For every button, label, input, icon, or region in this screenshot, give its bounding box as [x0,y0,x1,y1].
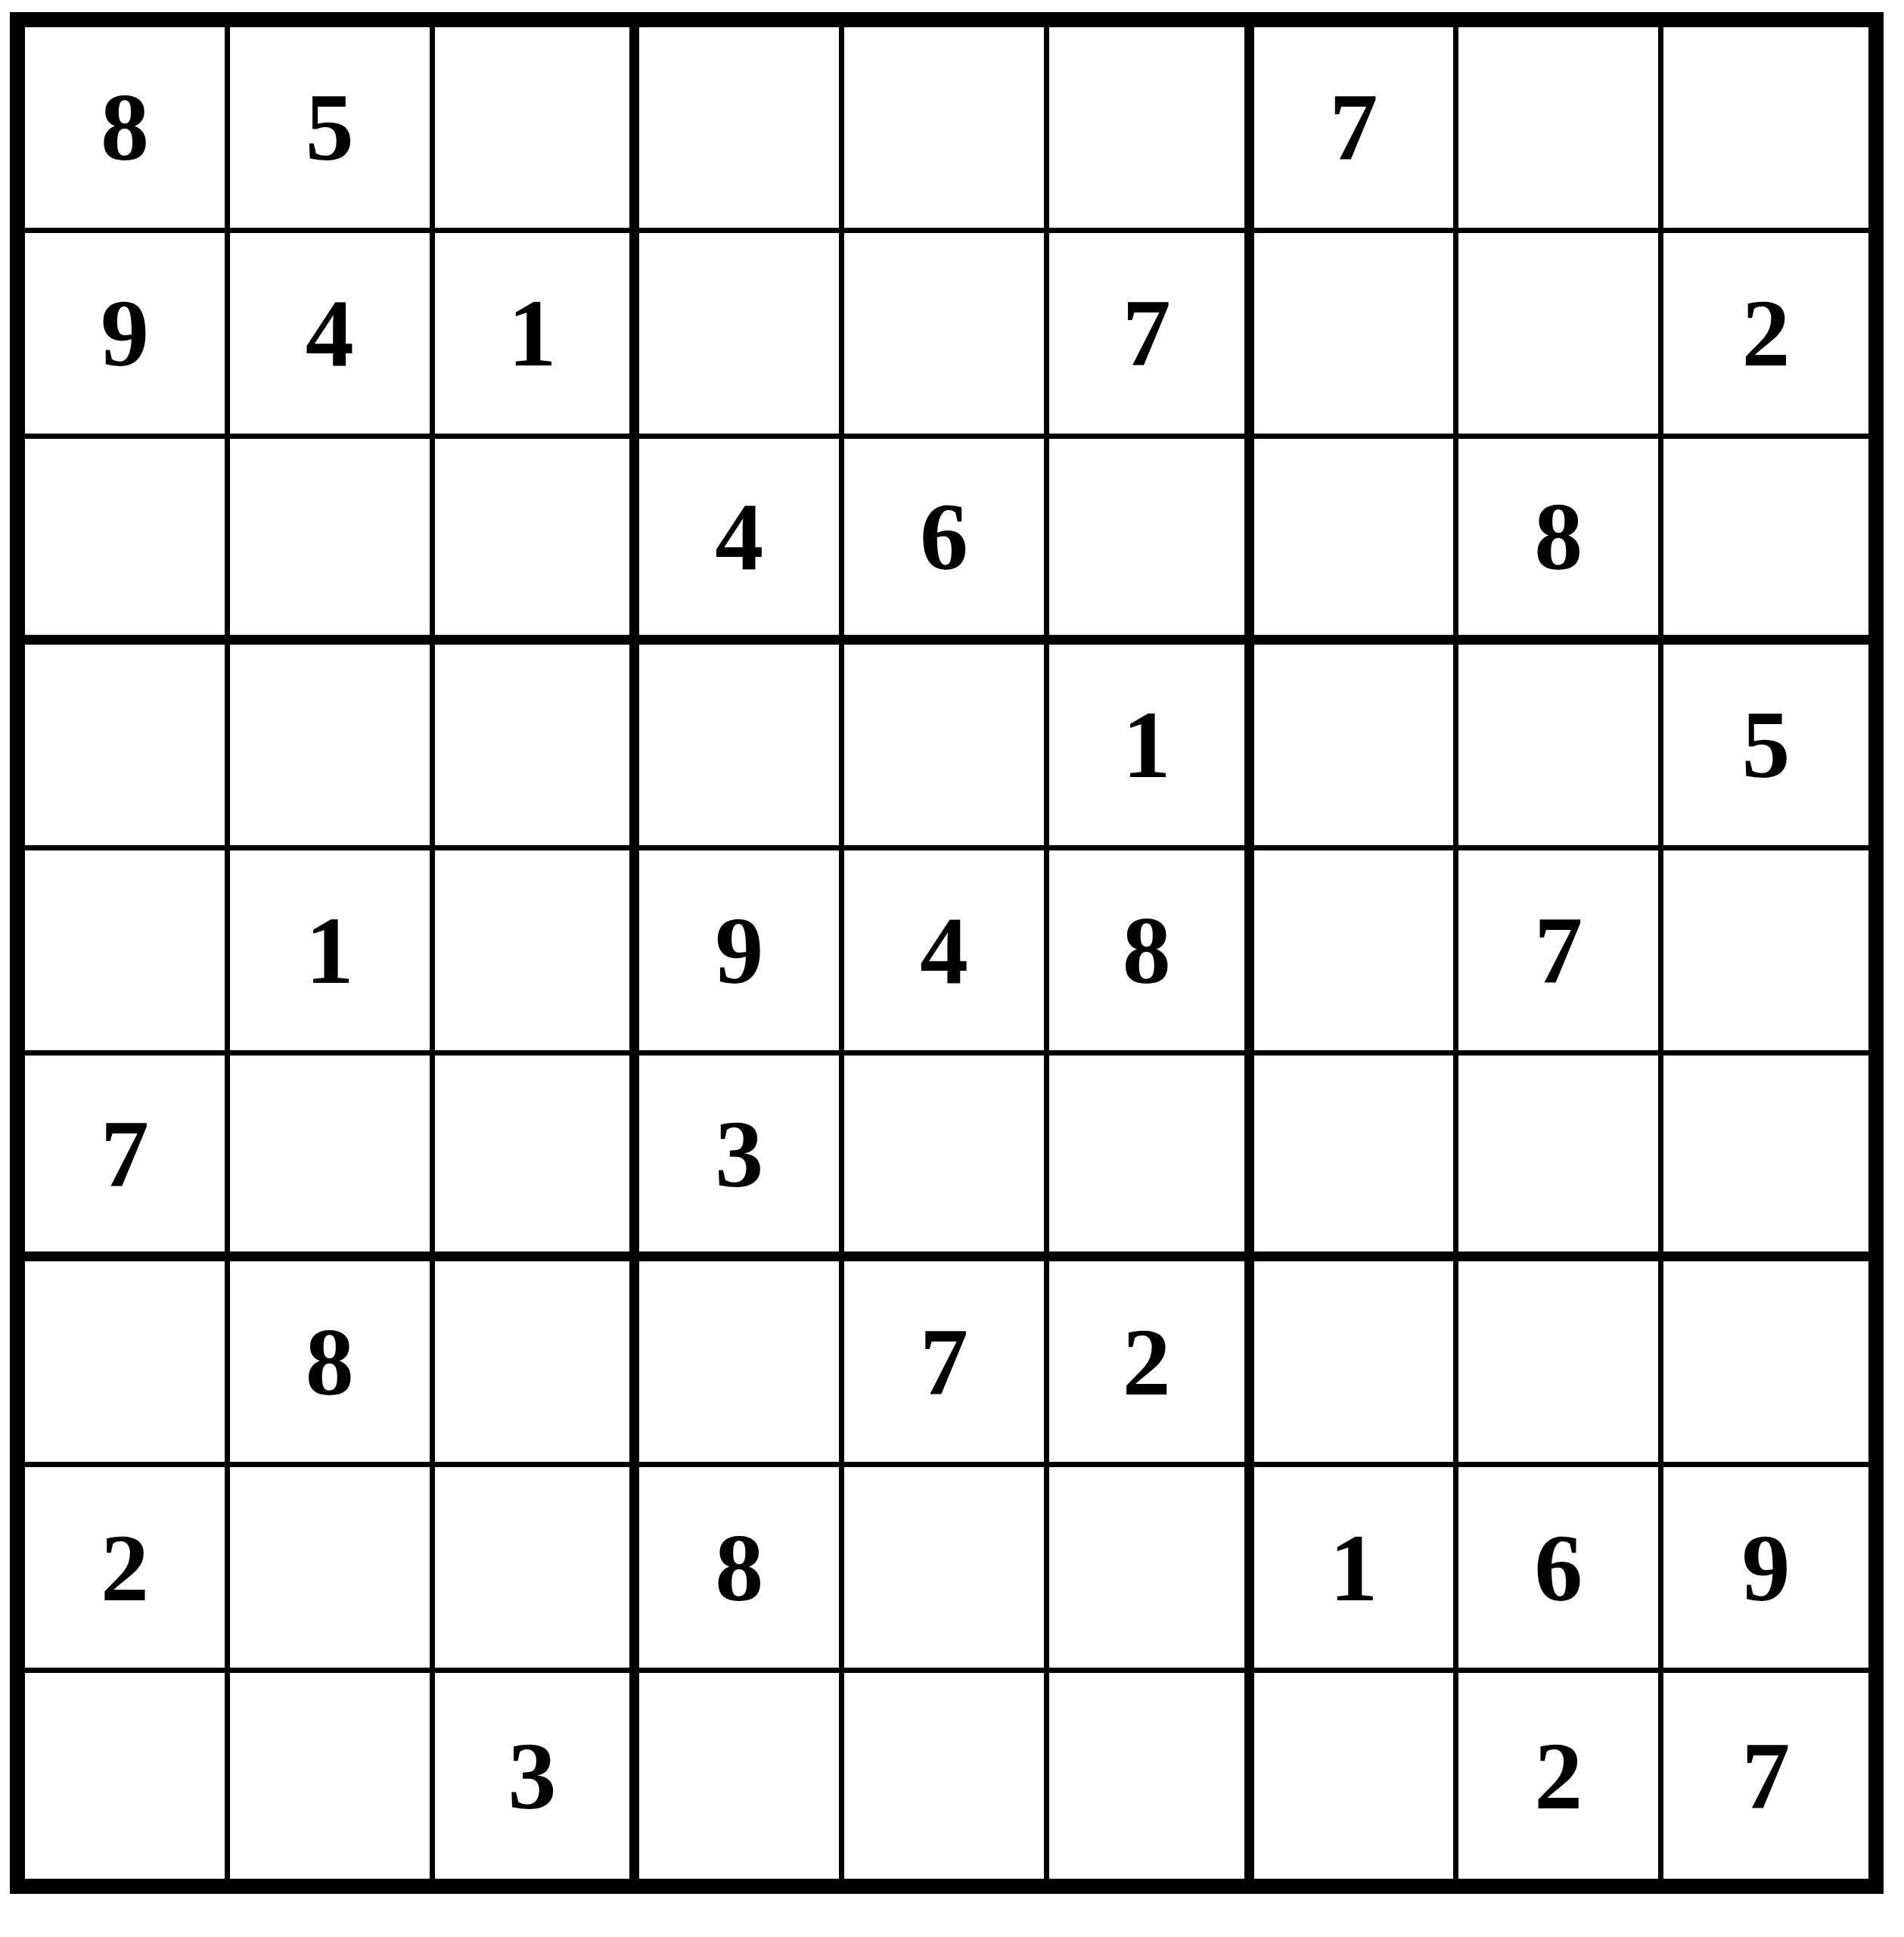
cell-r2c2-given: 4 [230,233,435,439]
cell-r4c3-empty[interactable] [435,645,640,850]
cell-r3c2-empty[interactable] [230,439,435,645]
cell-r9c6-empty[interactable] [1049,1673,1254,1879]
cell-r1c8-empty[interactable] [1458,27,1663,233]
cell-r1c3-empty[interactable] [435,27,640,233]
cell-r9c3-given: 3 [435,1673,640,1879]
cell-r7c3-empty[interactable] [435,1261,640,1467]
cell-r4c5-empty[interactable] [844,645,1049,850]
cell-r2c4-empty[interactable] [639,233,844,439]
cell-r7c7-empty[interactable] [1254,1261,1459,1467]
cell-r1c1-given: 8 [25,27,230,233]
cell-r6c6-empty[interactable] [1049,1056,1254,1261]
cell-r9c8-given: 2 [1458,1673,1663,1879]
cell-r1c6-empty[interactable] [1049,27,1254,233]
cell-r8c2-empty[interactable] [230,1467,435,1673]
cell-r3c8-given: 8 [1458,439,1663,645]
cell-r9c1-empty[interactable] [25,1673,230,1879]
cell-r7c9-empty[interactable] [1663,1261,1868,1467]
cell-r6c3-empty[interactable] [435,1056,640,1261]
cell-r7c4-empty[interactable] [639,1261,844,1467]
cell-r1c4-empty[interactable] [639,27,844,233]
cell-r2c3-given: 1 [435,233,640,439]
cell-r4c2-empty[interactable] [230,645,435,850]
cell-r5c3-empty[interactable] [435,850,640,1056]
cell-r9c4-empty[interactable] [639,1673,844,1879]
cell-r3c1-empty[interactable] [25,439,230,645]
cell-r1c7-given: 7 [1254,27,1459,233]
cell-r8c8-given: 6 [1458,1467,1663,1673]
cell-r9c9-given: 7 [1663,1673,1868,1879]
cell-r7c2-given: 8 [230,1261,435,1467]
cell-r6c9-empty[interactable] [1663,1056,1868,1261]
cell-r4c7-empty[interactable] [1254,645,1459,850]
cell-r3c5-given: 6 [844,439,1049,645]
cell-r8c6-empty[interactable] [1049,1467,1254,1673]
cell-r9c2-empty[interactable] [230,1673,435,1879]
cell-r3c4-given: 4 [639,439,844,645]
cell-r7c8-empty[interactable] [1458,1261,1663,1467]
cell-r5c4-given: 9 [639,850,844,1056]
cell-r7c6-given: 2 [1049,1261,1254,1467]
cell-r7c1-empty[interactable] [25,1261,230,1467]
cell-r3c7-empty[interactable] [1254,439,1459,645]
cell-r2c9-given: 2 [1663,233,1868,439]
cell-r4c1-empty[interactable] [25,645,230,850]
cell-r5c1-empty[interactable] [25,850,230,1056]
cell-r6c1-given: 7 [25,1056,230,1261]
cell-r8c3-empty[interactable] [435,1467,640,1673]
cell-r8c1-given: 2 [25,1467,230,1673]
cell-r6c8-empty[interactable] [1458,1056,1663,1261]
cell-r5c7-empty[interactable] [1254,850,1459,1056]
cell-r5c2-given: 1 [230,850,435,1056]
cell-r7c5-given: 7 [844,1261,1049,1467]
cell-r2c5-empty[interactable] [844,233,1049,439]
cell-r1c2-given: 5 [230,27,435,233]
cell-r4c4-empty[interactable] [639,645,844,850]
cell-r2c1-given: 9 [25,233,230,439]
cell-r9c5-empty[interactable] [844,1673,1049,1879]
cell-r2c8-empty[interactable] [1458,233,1663,439]
cell-r3c9-empty[interactable] [1663,439,1868,645]
cell-r5c5-given: 4 [844,850,1049,1056]
cell-r4c9-given: 5 [1663,645,1868,850]
cell-r1c9-empty[interactable] [1663,27,1868,233]
cell-r1c5-empty[interactable] [844,27,1049,233]
cell-r6c4-given: 3 [639,1056,844,1261]
cell-r6c7-empty[interactable] [1254,1056,1459,1261]
cell-r5c9-empty[interactable] [1663,850,1868,1056]
cell-r5c6-given: 8 [1049,850,1254,1056]
cell-r6c2-empty[interactable] [230,1056,435,1261]
cell-r6c5-empty[interactable] [844,1056,1049,1261]
cell-r9c7-empty[interactable] [1254,1673,1459,1879]
cell-r3c6-empty[interactable] [1049,439,1254,645]
cell-r3c3-empty[interactable] [435,439,640,645]
cell-r8c9-given: 9 [1663,1467,1868,1673]
sudoku-board: 8579417246815194877387228169327 [10,12,1884,1894]
cell-r5c8-given: 7 [1458,850,1663,1056]
cell-r8c7-given: 1 [1254,1467,1459,1673]
cell-r2c7-empty[interactable] [1254,233,1459,439]
cell-r4c6-given: 1 [1049,645,1254,850]
cell-r2c6-given: 7 [1049,233,1254,439]
cell-r8c5-empty[interactable] [844,1467,1049,1673]
cell-r4c8-empty[interactable] [1458,645,1663,850]
cell-r8c4-given: 8 [639,1467,844,1673]
